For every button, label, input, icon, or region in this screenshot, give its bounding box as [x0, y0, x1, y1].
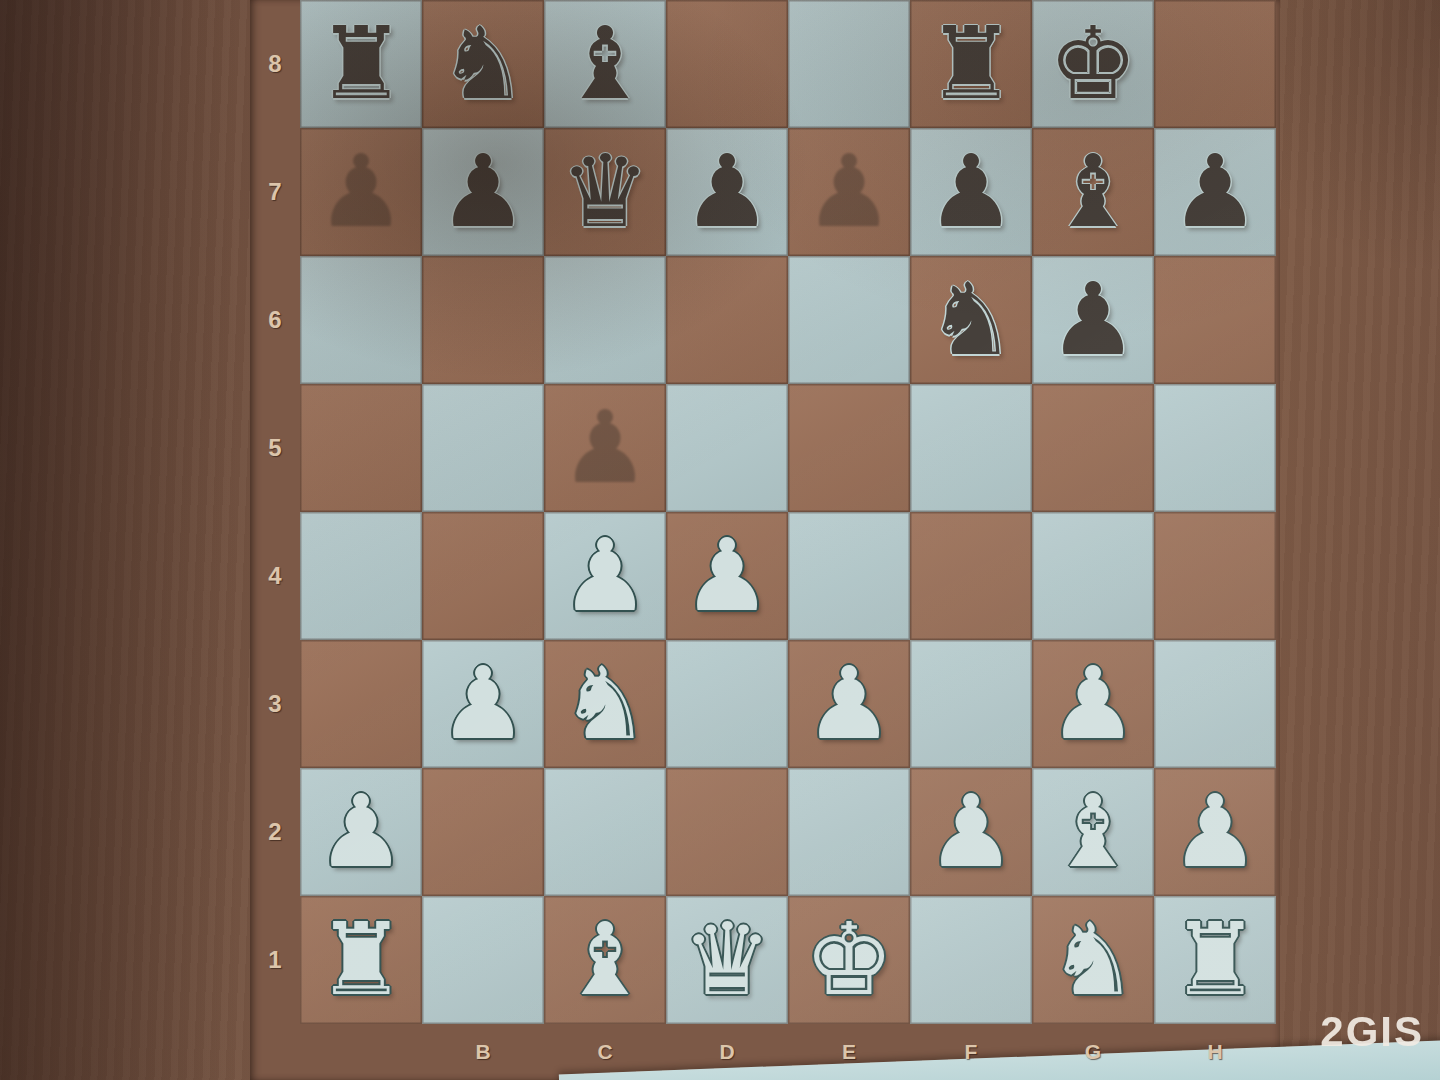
- piece-black-knight-f6: ♞: [910, 256, 1032, 384]
- board-frame: 87654321 ♜♞♝♜♚♟♟♛♟♟♟♝♟♞♟♟♟♟♟♞♟♟♟♟♝♟♜♝♛♚♞…: [250, 0, 1280, 1080]
- piece-white-pawn-f2: ♟: [910, 768, 1032, 896]
- square-a7: ♟: [300, 128, 422, 256]
- 2gis-watermark: 2GIS: [1320, 1008, 1424, 1056]
- piece-black-pawn-b7: ♟: [422, 128, 544, 256]
- rank-label-1: 1: [250, 896, 300, 1024]
- square-f8: ♜: [910, 0, 1032, 128]
- square-b6: [422, 256, 544, 384]
- piece-white-pawn-d4: ♟: [666, 512, 788, 640]
- piece-black-pawn-a7: ♟: [300, 128, 422, 256]
- square-f2: ♟: [910, 768, 1032, 896]
- square-c7: ♛: [544, 128, 666, 256]
- square-g5: [1032, 384, 1154, 512]
- square-g2: ♝: [1032, 768, 1154, 896]
- square-h7: ♟: [1154, 128, 1276, 256]
- square-e4: [788, 512, 910, 640]
- square-d8: [666, 0, 788, 128]
- file-label-F: F: [910, 1024, 1032, 1080]
- piece-black-bishop-c8: ♝: [544, 0, 666, 128]
- square-d3: [666, 640, 788, 768]
- square-h3: [1154, 640, 1276, 768]
- piece-white-pawn-h2: ♟: [1154, 768, 1276, 896]
- square-a5: [300, 384, 422, 512]
- square-a1: ♜: [300, 896, 422, 1024]
- square-g6: ♟: [1032, 256, 1154, 384]
- piece-black-king-g8: ♚: [1032, 0, 1154, 128]
- square-c5: ♟: [544, 384, 666, 512]
- square-b8: ♞: [422, 0, 544, 128]
- file-labels: BCDEFGH: [300, 1024, 1276, 1080]
- square-d5: [666, 384, 788, 512]
- square-g4: [1032, 512, 1154, 640]
- square-h4: [1154, 512, 1276, 640]
- square-a4: [300, 512, 422, 640]
- square-f3: [910, 640, 1032, 768]
- piece-black-pawn-f7: ♟: [910, 128, 1032, 256]
- chessboard-photo: 87654321 ♜♞♝♜♚♟♟♛♟♟♟♝♟♞♟♟♟♟♟♞♟♟♟♟♝♟♜♝♛♚♞…: [0, 0, 1440, 1080]
- piece-white-pawn-b3: ♟: [422, 640, 544, 768]
- square-f1: [910, 896, 1032, 1024]
- chess-board: ♜♞♝♜♚♟♟♛♟♟♟♝♟♞♟♟♟♟♟♞♟♟♟♟♝♟♜♝♛♚♞♜: [300, 0, 1276, 1024]
- piece-black-rook-a8: ♜: [300, 0, 422, 128]
- file-label-H: H: [1154, 1024, 1276, 1080]
- square-e8: [788, 0, 910, 128]
- piece-black-rook-f8: ♜: [910, 0, 1032, 128]
- file-label-D: D: [666, 1024, 788, 1080]
- square-d7: ♟: [666, 128, 788, 256]
- square-a8: ♜: [300, 0, 422, 128]
- square-h1: ♜: [1154, 896, 1276, 1024]
- piece-black-pawn-e7: ♟: [788, 128, 910, 256]
- file-label-C: C: [544, 1024, 666, 1080]
- piece-black-pawn-d7: ♟: [666, 128, 788, 256]
- file-label-E: E: [788, 1024, 910, 1080]
- square-f4: [910, 512, 1032, 640]
- square-d6: [666, 256, 788, 384]
- square-c1: ♝: [544, 896, 666, 1024]
- square-a2: ♟: [300, 768, 422, 896]
- rank-label-6: 6: [250, 256, 300, 384]
- square-d2: [666, 768, 788, 896]
- square-a3: [300, 640, 422, 768]
- piece-black-pawn-c5: ♟: [544, 384, 666, 512]
- square-f7: ♟: [910, 128, 1032, 256]
- square-h8: [1154, 0, 1276, 128]
- square-f5: [910, 384, 1032, 512]
- square-d4: ♟: [666, 512, 788, 640]
- square-c2: [544, 768, 666, 896]
- piece-white-pawn-a2: ♟: [300, 768, 422, 896]
- square-c6: [544, 256, 666, 384]
- square-g7: ♝: [1032, 128, 1154, 256]
- square-e2: [788, 768, 910, 896]
- piece-white-pawn-c4: ♟: [544, 512, 666, 640]
- square-e5: [788, 384, 910, 512]
- square-e1: ♚: [788, 896, 910, 1024]
- square-c4: ♟: [544, 512, 666, 640]
- square-d1: ♛: [666, 896, 788, 1024]
- rank-label-8: 8: [250, 0, 300, 128]
- piece-black-pawn-h7: ♟: [1154, 128, 1276, 256]
- square-c8: ♝: [544, 0, 666, 128]
- piece-black-pawn-g6: ♟: [1032, 256, 1154, 384]
- piece-white-bishop-c1: ♝: [544, 896, 666, 1024]
- piece-white-bishop-g2: ♝: [1032, 768, 1154, 896]
- rank-label-3: 3: [250, 640, 300, 768]
- square-b5: [422, 384, 544, 512]
- wall-left-shade: [0, 0, 270, 1080]
- square-e3: ♟: [788, 640, 910, 768]
- square-b2: [422, 768, 544, 896]
- piece-white-knight-c3: ♞: [544, 640, 666, 768]
- file-label-G: G: [1032, 1024, 1154, 1080]
- rank-label-5: 5: [250, 384, 300, 512]
- square-f6: ♞: [910, 256, 1032, 384]
- rank-label-2: 2: [250, 768, 300, 896]
- square-a6: [300, 256, 422, 384]
- piece-white-knight-g1: ♞: [1032, 896, 1154, 1024]
- piece-white-queen-d1: ♛: [666, 896, 788, 1024]
- square-b7: ♟: [422, 128, 544, 256]
- piece-black-bishop-g7: ♝: [1032, 128, 1154, 256]
- piece-black-knight-b8: ♞: [422, 0, 544, 128]
- square-b1: [422, 896, 544, 1024]
- square-c3: ♞: [544, 640, 666, 768]
- square-g8: ♚: [1032, 0, 1154, 128]
- square-h2: ♟: [1154, 768, 1276, 896]
- rank-label-4: 4: [250, 512, 300, 640]
- square-h6: [1154, 256, 1276, 384]
- piece-white-pawn-g3: ♟: [1032, 640, 1154, 768]
- piece-white-rook-a1: ♜: [300, 896, 422, 1024]
- square-b3: ♟: [422, 640, 544, 768]
- rank-labels: 87654321: [250, 0, 300, 1024]
- square-b4: [422, 512, 544, 640]
- file-label-hidden-0: [300, 1024, 422, 1080]
- square-g3: ♟: [1032, 640, 1154, 768]
- piece-white-pawn-e3: ♟: [788, 640, 910, 768]
- square-h5: [1154, 384, 1276, 512]
- square-e7: ♟: [788, 128, 910, 256]
- piece-black-queen-c7: ♛: [544, 128, 666, 256]
- rank-label-7: 7: [250, 128, 300, 256]
- piece-white-rook-h1: ♜: [1154, 896, 1276, 1024]
- file-label-B: B: [422, 1024, 544, 1080]
- square-e6: [788, 256, 910, 384]
- square-g1: ♞: [1032, 896, 1154, 1024]
- piece-white-king-e1: ♚: [788, 896, 910, 1024]
